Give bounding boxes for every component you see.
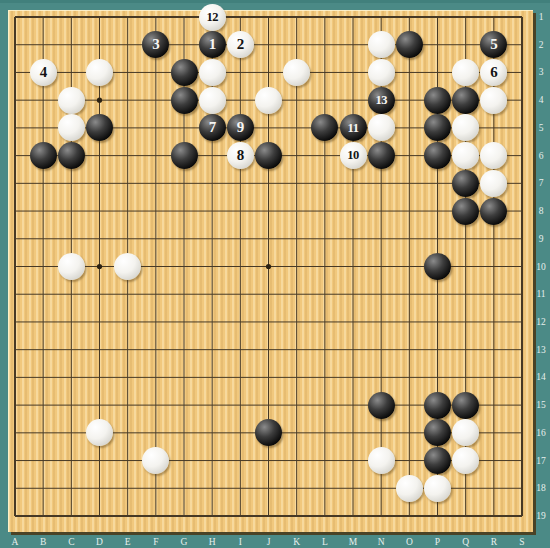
move-number-12: 12: [206, 11, 218, 24]
white-stone-H1[interactable]: 12: [199, 4, 226, 31]
black-stone-G3[interactable]: [171, 59, 198, 86]
white-stone-I2[interactable]: 2: [227, 31, 254, 58]
col-label-Q: Q: [456, 537, 476, 547]
black-stone-O2[interactable]: [396, 31, 423, 58]
white-stone-E10[interactable]: [114, 253, 141, 280]
white-stone-H3[interactable]: [199, 59, 226, 86]
move-number-8: 8: [237, 148, 244, 163]
white-stone-O18[interactable]: [396, 475, 423, 502]
black-stone-P6[interactable]: [424, 142, 451, 169]
black-stone-G6[interactable]: [171, 142, 198, 169]
move-number-13: 13: [375, 94, 387, 107]
move-number-9: 9: [237, 120, 244, 135]
move-number-1: 1: [209, 37, 216, 52]
row-label-8: 8: [531, 206, 550, 216]
black-stone-I5[interactable]: 9: [227, 114, 254, 141]
white-stone-R4[interactable]: [480, 87, 507, 114]
col-label-G: G: [174, 537, 194, 547]
black-stone-Q7[interactable]: [452, 170, 479, 197]
col-label-P: P: [428, 537, 448, 547]
col-label-D: D: [90, 537, 110, 547]
row-label-13: 13: [531, 345, 550, 355]
white-stone-J4[interactable]: [255, 87, 282, 114]
white-stone-K3[interactable]: [283, 59, 310, 86]
row-label-1: 1: [531, 12, 550, 22]
col-label-I: I: [230, 537, 250, 547]
black-stone-B6[interactable]: [30, 142, 57, 169]
row-label-15: 15: [531, 400, 550, 410]
white-stone-N5[interactable]: [368, 114, 395, 141]
black-stone-P10[interactable]: [424, 253, 451, 280]
black-stone-R8[interactable]: [480, 198, 507, 225]
black-stone-Q4[interactable]: [452, 87, 479, 114]
white-stone-H4[interactable]: [199, 87, 226, 114]
row-label-4: 4: [531, 95, 550, 105]
black-stone-H2[interactable]: 1: [199, 31, 226, 58]
col-label-E: E: [118, 537, 138, 547]
black-stone-P15[interactable]: [424, 392, 451, 419]
black-stone-J6[interactable]: [255, 142, 282, 169]
col-label-J: J: [259, 537, 279, 547]
move-number-11: 11: [348, 122, 359, 135]
col-label-K: K: [287, 537, 307, 547]
move-number-2: 2: [237, 37, 244, 52]
row-label-9: 9: [531, 234, 550, 244]
go-diagram-frame: 12312546137911810 ABCDEFGHIJKLMNOPQRS 12…: [0, 0, 550, 548]
row-label-5: 5: [531, 123, 550, 133]
col-label-R: R: [484, 537, 504, 547]
white-stone-Q17[interactable]: [452, 447, 479, 474]
white-stone-N3[interactable]: [368, 59, 395, 86]
white-stone-C10[interactable]: [58, 253, 85, 280]
col-label-H: H: [202, 537, 222, 547]
row-label-3: 3: [531, 67, 550, 77]
move-number-5: 5: [490, 37, 497, 52]
move-number-6: 6: [490, 65, 497, 80]
col-label-M: M: [343, 537, 363, 547]
col-label-N: N: [371, 537, 391, 547]
move-number-4: 4: [40, 65, 47, 80]
move-number-10: 10: [347, 149, 359, 162]
col-label-C: C: [61, 537, 81, 547]
black-stone-P17[interactable]: [424, 447, 451, 474]
row-label-16: 16: [531, 428, 550, 438]
row-label-10: 10: [531, 262, 550, 272]
row-label-17: 17: [531, 456, 550, 466]
black-stone-N4[interactable]: 13: [368, 87, 395, 114]
move-number-7: 7: [209, 120, 216, 135]
white-stone-Q3[interactable]: [452, 59, 479, 86]
row-label-7: 7: [531, 178, 550, 188]
white-stone-M6[interactable]: 10: [340, 142, 367, 169]
black-stone-P4[interactable]: [424, 87, 451, 114]
row-label-14: 14: [531, 372, 550, 382]
black-stone-Q8[interactable]: [452, 198, 479, 225]
white-stone-R7[interactable]: [480, 170, 507, 197]
black-stone-Q15[interactable]: [452, 392, 479, 419]
white-stone-N2[interactable]: [368, 31, 395, 58]
col-label-F: F: [146, 537, 166, 547]
black-stone-G4[interactable]: [171, 87, 198, 114]
row-label-12: 12: [531, 317, 550, 327]
black-stone-H5[interactable]: 7: [199, 114, 226, 141]
row-label-18: 18: [531, 483, 550, 493]
col-label-L: L: [315, 537, 335, 547]
white-stone-C4[interactable]: [58, 87, 85, 114]
white-stone-C5[interactable]: [58, 114, 85, 141]
white-stone-B3[interactable]: 4: [30, 59, 57, 86]
black-stone-M5[interactable]: 11: [340, 114, 367, 141]
row-label-19: 19: [531, 511, 550, 521]
black-stone-N6[interactable]: [368, 142, 395, 169]
row-label-11: 11: [531, 289, 550, 299]
col-label-A: A: [5, 537, 25, 547]
move-number-3: 3: [152, 37, 159, 52]
black-stone-N15[interactable]: [368, 392, 395, 419]
white-stone-I6[interactable]: 8: [227, 142, 254, 169]
col-label-O: O: [399, 537, 419, 547]
col-label-B: B: [33, 537, 53, 547]
row-label-6: 6: [531, 151, 550, 161]
white-stone-P18[interactable]: [424, 475, 451, 502]
white-stone-N17[interactable]: [368, 447, 395, 474]
white-stone-D3[interactable]: [86, 59, 113, 86]
black-stone-C6[interactable]: [58, 142, 85, 169]
col-label-S: S: [512, 537, 532, 547]
row-label-2: 2: [531, 40, 550, 50]
